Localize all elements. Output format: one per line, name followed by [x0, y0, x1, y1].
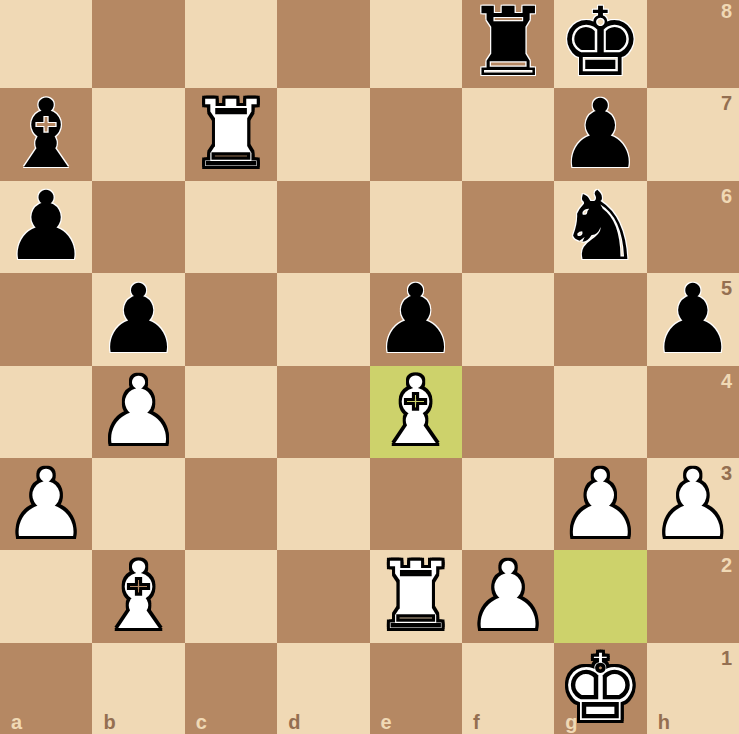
- black-bishop[interactable]: ♝♝: [0, 88, 92, 180]
- square-b7[interactable]: [92, 88, 184, 180]
- square-d1[interactable]: d: [277, 643, 369, 734]
- square-d7[interactable]: [277, 88, 369, 180]
- square-a3[interactable]: ♟: [0, 458, 92, 550]
- square-d5[interactable]: [277, 273, 369, 365]
- black-knight[interactable]: ♞♞: [554, 181, 646, 273]
- white-rook[interactable]: ♜: [185, 88, 277, 180]
- square-h2[interactable]: 2: [647, 550, 739, 642]
- white-bishop[interactable]: ♝: [370, 366, 462, 458]
- square-e2[interactable]: ♜: [370, 550, 462, 642]
- square-g7[interactable]: ♟♟: [554, 88, 646, 180]
- black-king-glyph: ♚: [554, 0, 646, 88]
- square-h7[interactable]: 7: [647, 88, 739, 180]
- file-label-h: h: [658, 712, 670, 732]
- square-c4[interactable]: [185, 366, 277, 458]
- rank-label-5: 5: [721, 278, 732, 298]
- white-pawn[interactable]: ♟: [554, 458, 646, 550]
- rank-label-8: 8: [721, 1, 732, 21]
- square-d8[interactable]: [277, 0, 369, 88]
- square-b5[interactable]: ♟♟: [92, 273, 184, 365]
- file-label-e: e: [381, 712, 392, 732]
- square-f7[interactable]: [462, 88, 554, 180]
- square-b4[interactable]: ♟: [92, 366, 184, 458]
- square-a8[interactable]: [0, 0, 92, 88]
- black-pawn-glyph: ♟: [92, 273, 184, 365]
- white-pawn[interactable]: ♟: [92, 366, 184, 458]
- square-b8[interactable]: [92, 0, 184, 88]
- square-g6[interactable]: ♞♞: [554, 181, 646, 273]
- black-rook[interactable]: ♜♜: [462, 0, 554, 88]
- board-viewport: ♜♜♚♚8♝♝♜♟♟7♟♟♞♞6♟♟♟♟♟♟5♟♝4♟♟♟3♝♜♟2abcdef…: [0, 0, 739, 734]
- white-bishop[interactable]: ♝: [92, 550, 184, 642]
- black-pawn[interactable]: ♟♟: [92, 273, 184, 365]
- black-rook-glyph: ♜: [462, 0, 554, 88]
- square-h5[interactable]: ♟♟5: [647, 273, 739, 365]
- square-f5[interactable]: [462, 273, 554, 365]
- square-e3[interactable]: [370, 458, 462, 550]
- rank-label-4: 4: [721, 371, 732, 391]
- square-g2[interactable]: [554, 550, 646, 642]
- square-a1[interactable]: a: [0, 643, 92, 734]
- file-label-a: a: [11, 712, 22, 732]
- black-pawn-glyph: ♟: [554, 88, 646, 180]
- square-c8[interactable]: [185, 0, 277, 88]
- black-bishop-glyph: ♝: [0, 88, 92, 180]
- square-f6[interactable]: [462, 181, 554, 273]
- black-pawn-glyph: ♟: [0, 181, 92, 273]
- square-e8[interactable]: [370, 0, 462, 88]
- square-g3[interactable]: ♟: [554, 458, 646, 550]
- black-pawn[interactable]: ♟♟: [554, 88, 646, 180]
- square-d4[interactable]: [277, 366, 369, 458]
- square-a7[interactable]: ♝♝: [0, 88, 92, 180]
- file-label-f: f: [473, 712, 480, 732]
- square-c5[interactable]: [185, 273, 277, 365]
- square-d3[interactable]: [277, 458, 369, 550]
- square-f8[interactable]: ♜♜: [462, 0, 554, 88]
- square-c1[interactable]: c: [185, 643, 277, 734]
- white-rook[interactable]: ♜: [370, 550, 462, 642]
- square-c6[interactable]: [185, 181, 277, 273]
- square-c3[interactable]: [185, 458, 277, 550]
- white-bishop-glyph: ♝: [370, 366, 462, 458]
- square-d6[interactable]: [277, 181, 369, 273]
- rank-label-2: 2: [721, 555, 732, 575]
- square-e7[interactable]: [370, 88, 462, 180]
- rank-label-6: 6: [721, 186, 732, 206]
- square-a2[interactable]: [0, 550, 92, 642]
- square-g4[interactable]: [554, 366, 646, 458]
- white-pawn-glyph: ♟: [92, 366, 184, 458]
- white-bishop-glyph: ♝: [92, 550, 184, 642]
- square-e4[interactable]: ♝: [370, 366, 462, 458]
- white-rook-glyph: ♜: [185, 88, 277, 180]
- chess-board: ♜♜♚♚8♝♝♜♟♟7♟♟♞♞6♟♟♟♟♟♟5♟♝4♟♟♟3♝♜♟2abcdef…: [0, 0, 739, 734]
- square-a4[interactable]: [0, 366, 92, 458]
- rank-label-1: 1: [721, 648, 732, 668]
- square-a5[interactable]: [0, 273, 92, 365]
- square-e5[interactable]: ♟♟: [370, 273, 462, 365]
- square-b6[interactable]: [92, 181, 184, 273]
- square-f1[interactable]: f: [462, 643, 554, 734]
- square-b3[interactable]: [92, 458, 184, 550]
- square-f2[interactable]: ♟: [462, 550, 554, 642]
- rank-label-7: 7: [721, 93, 732, 113]
- white-pawn-glyph: ♟: [462, 550, 554, 642]
- square-h4[interactable]: 4: [647, 366, 739, 458]
- rank-label-3: 3: [721, 463, 732, 483]
- square-h3[interactable]: ♟3: [647, 458, 739, 550]
- square-c7[interactable]: ♜: [185, 88, 277, 180]
- file-label-b: b: [103, 712, 115, 732]
- white-pawn[interactable]: ♟: [0, 458, 92, 550]
- white-pawn[interactable]: ♟: [462, 550, 554, 642]
- black-pawn-glyph: ♟: [370, 273, 462, 365]
- file-label-g: g: [565, 712, 577, 732]
- square-e1[interactable]: e: [370, 643, 462, 734]
- square-a6[interactable]: ♟♟: [0, 181, 92, 273]
- file-label-d: d: [288, 712, 300, 732]
- square-g5[interactable]: [554, 273, 646, 365]
- square-e6[interactable]: [370, 181, 462, 273]
- file-label-c: c: [196, 712, 207, 732]
- square-f4[interactable]: [462, 366, 554, 458]
- black-pawn[interactable]: ♟♟: [370, 273, 462, 365]
- black-king[interactable]: ♚♚: [554, 0, 646, 88]
- white-pawn-glyph: ♟: [0, 458, 92, 550]
- square-g8[interactable]: ♚♚: [554, 0, 646, 88]
- black-pawn[interactable]: ♟♟: [0, 181, 92, 273]
- white-rook-glyph: ♜: [370, 550, 462, 642]
- square-b2[interactable]: ♝: [92, 550, 184, 642]
- square-g1[interactable]: ♚g: [554, 643, 646, 734]
- square-c2[interactable]: [185, 550, 277, 642]
- black-knight-glyph: ♞: [554, 181, 646, 273]
- square-d2[interactable]: [277, 550, 369, 642]
- square-b1[interactable]: b: [92, 643, 184, 734]
- white-pawn-glyph: ♟: [554, 458, 646, 550]
- square-h6[interactable]: 6: [647, 181, 739, 273]
- square-h8[interactable]: 8: [647, 0, 739, 88]
- square-h1[interactable]: 1h: [647, 643, 739, 734]
- square-f3[interactable]: [462, 458, 554, 550]
